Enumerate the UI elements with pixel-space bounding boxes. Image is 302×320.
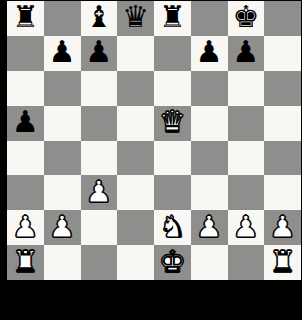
square-c2[interactable] <box>81 210 118 245</box>
square-h4[interactable] <box>264 141 301 176</box>
square-e7[interactable] <box>154 36 191 71</box>
black-pawn-piece[interactable]: ♟ <box>12 107 39 137</box>
square-g6[interactable] <box>228 71 265 106</box>
square-b4[interactable] <box>44 141 81 176</box>
square-a2[interactable]: ♟ <box>7 210 44 245</box>
square-f7[interactable]: ♟ <box>191 36 228 71</box>
white-knight-piece[interactable]: ♞ <box>159 212 186 242</box>
black-queen-piece[interactable]: ♛ <box>122 2 149 32</box>
square-d3[interactable] <box>117 175 154 210</box>
black-rook-piece[interactable]: ♜ <box>159 2 186 32</box>
square-e5[interactable]: ♛ <box>154 106 191 141</box>
square-g4[interactable] <box>228 141 265 176</box>
square-b8[interactable] <box>44 1 81 36</box>
square-d8[interactable]: ♛ <box>117 1 154 36</box>
chess-screenshot-root: ♜♝♛♜♚♟♟♟♟♟♛♟♟♟♞♟♟♟♜♚♜ <box>0 0 302 320</box>
square-c1[interactable] <box>81 245 118 280</box>
black-pawn-piece[interactable]: ♟ <box>85 37 112 67</box>
square-b5[interactable] <box>44 106 81 141</box>
chess-board: ♜♝♛♜♚♟♟♟♟♟♛♟♟♟♞♟♟♟♜♚♜ <box>7 1 301 280</box>
square-d7[interactable] <box>117 36 154 71</box>
square-c5[interactable] <box>81 106 118 141</box>
white-king-piece[interactable]: ♚ <box>159 247 186 277</box>
square-e2[interactable]: ♞ <box>154 210 191 245</box>
white-rook-piece[interactable]: ♜ <box>12 247 39 277</box>
square-h6[interactable] <box>264 71 301 106</box>
square-b3[interactable] <box>44 175 81 210</box>
square-a3[interactable] <box>7 175 44 210</box>
square-e4[interactable] <box>154 141 191 176</box>
black-pawn-piece[interactable]: ♟ <box>232 37 259 67</box>
white-pawn-piece[interactable]: ♟ <box>85 177 112 207</box>
square-a5[interactable]: ♟ <box>7 106 44 141</box>
white-pawn-piece[interactable]: ♟ <box>12 212 39 242</box>
white-rook-piece[interactable]: ♜ <box>269 247 296 277</box>
square-f6[interactable] <box>191 71 228 106</box>
square-a7[interactable] <box>7 36 44 71</box>
square-a4[interactable] <box>7 141 44 176</box>
square-b2[interactable]: ♟ <box>44 210 81 245</box>
square-d2[interactable] <box>117 210 154 245</box>
square-b7[interactable]: ♟ <box>44 36 81 71</box>
black-pawn-piece[interactable]: ♟ <box>196 37 223 67</box>
square-h7[interactable] <box>264 36 301 71</box>
square-h2[interactable]: ♟ <box>264 210 301 245</box>
square-d6[interactable] <box>117 71 154 106</box>
square-a1[interactable]: ♜ <box>7 245 44 280</box>
white-pawn-piece[interactable]: ♟ <box>232 212 259 242</box>
square-c6[interactable] <box>81 71 118 106</box>
square-h5[interactable] <box>264 106 301 141</box>
square-e1[interactable]: ♚ <box>154 245 191 280</box>
square-g8[interactable]: ♚ <box>228 1 265 36</box>
white-queen-piece[interactable]: ♛ <box>159 107 186 137</box>
square-f1[interactable] <box>191 245 228 280</box>
square-f2[interactable]: ♟ <box>191 210 228 245</box>
square-d5[interactable] <box>117 106 154 141</box>
square-f5[interactable] <box>191 106 228 141</box>
square-f8[interactable] <box>191 1 228 36</box>
white-pawn-piece[interactable]: ♟ <box>269 212 296 242</box>
square-h1[interactable]: ♜ <box>264 245 301 280</box>
square-b1[interactable] <box>44 245 81 280</box>
black-rook-piece[interactable]: ♜ <box>12 2 39 32</box>
square-h3[interactable] <box>264 175 301 210</box>
square-g1[interactable] <box>228 245 265 280</box>
black-bishop-piece[interactable]: ♝ <box>85 2 112 32</box>
square-b6[interactable] <box>44 71 81 106</box>
square-e6[interactable] <box>154 71 191 106</box>
square-d4[interactable] <box>117 141 154 176</box>
square-a8[interactable]: ♜ <box>7 1 44 36</box>
square-h8[interactable] <box>264 1 301 36</box>
square-g5[interactable] <box>228 106 265 141</box>
white-pawn-piece[interactable]: ♟ <box>196 212 223 242</box>
square-e3[interactable] <box>154 175 191 210</box>
square-g3[interactable] <box>228 175 265 210</box>
square-g2[interactable]: ♟ <box>228 210 265 245</box>
square-c7[interactable]: ♟ <box>81 36 118 71</box>
white-pawn-piece[interactable]: ♟ <box>49 212 76 242</box>
square-c8[interactable]: ♝ <box>81 1 118 36</box>
square-c3[interactable]: ♟ <box>81 175 118 210</box>
square-a6[interactable] <box>7 71 44 106</box>
square-g7[interactable]: ♟ <box>228 36 265 71</box>
square-d1[interactable] <box>117 245 154 280</box>
square-f4[interactable] <box>191 141 228 176</box>
square-f3[interactable] <box>191 175 228 210</box>
black-king-piece[interactable]: ♚ <box>232 2 259 32</box>
square-c4[interactable] <box>81 141 118 176</box>
square-e8[interactable]: ♜ <box>154 1 191 36</box>
black-pawn-piece[interactable]: ♟ <box>49 37 76 67</box>
